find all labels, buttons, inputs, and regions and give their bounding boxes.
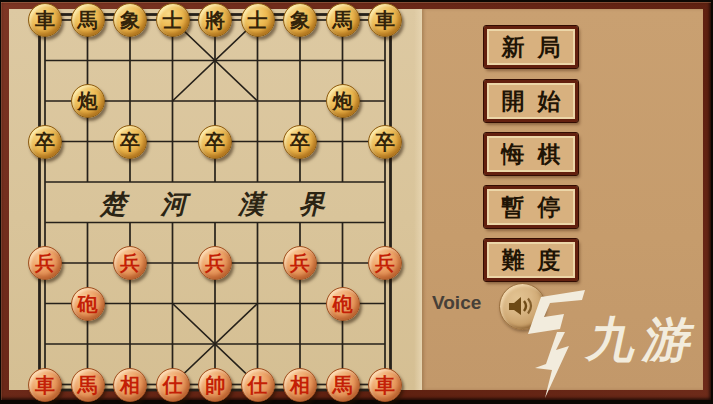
red-piece-k[interactable]: 帥 xyxy=(198,368,232,402)
red-piece-r[interactable]: 車 xyxy=(368,368,402,402)
xiangqi-board[interactable]: 楚 河 漢 界 xyxy=(0,0,713,404)
voice-toggle-button[interactable] xyxy=(499,283,546,330)
red-piece-n[interactable]: 馬 xyxy=(326,368,360,402)
red-piece-p[interactable]: 兵 xyxy=(28,246,62,280)
red-piece-p[interactable]: 兵 xyxy=(113,246,147,280)
pause-button[interactable]: 暫停 xyxy=(484,186,578,228)
red-piece-b[interactable]: 相 xyxy=(113,368,147,402)
black-piece-b[interactable]: 象 xyxy=(283,3,317,37)
new-game-button[interactable]: 新局 xyxy=(484,26,578,68)
black-piece-p[interactable]: 卒 xyxy=(198,125,232,159)
black-piece-n[interactable]: 馬 xyxy=(71,3,105,37)
black-piece-c[interactable]: 炮 xyxy=(326,84,360,118)
black-piece-p[interactable]: 卒 xyxy=(283,125,317,159)
xiangqi-app-window: 楚 河 漢 界 車馬象士將士象馬車炮炮卒卒卒卒卒兵兵兵兵兵砲砲車馬相仕帥仕相馬車… xyxy=(0,0,713,404)
black-piece-a[interactable]: 士 xyxy=(156,3,190,37)
speaker-icon xyxy=(508,293,536,319)
black-piece-a[interactable]: 士 xyxy=(241,3,275,37)
red-piece-p[interactable]: 兵 xyxy=(368,246,402,280)
river-label-right: 漢 界 xyxy=(237,190,339,219)
red-piece-b[interactable]: 相 xyxy=(283,368,317,402)
black-piece-p[interactable]: 卒 xyxy=(368,125,402,159)
voice-label: Voice xyxy=(432,292,481,314)
black-piece-r[interactable]: 車 xyxy=(368,3,402,37)
red-piece-a[interactable]: 仕 xyxy=(241,368,275,402)
black-piece-b[interactable]: 象 xyxy=(113,3,147,37)
red-piece-c[interactable]: 砲 xyxy=(326,287,360,321)
black-piece-p[interactable]: 卒 xyxy=(113,125,147,159)
difficulty-button[interactable]: 難度 xyxy=(484,239,578,281)
red-piece-c[interactable]: 砲 xyxy=(71,287,105,321)
undo-move-button[interactable]: 悔棋 xyxy=(484,133,578,175)
black-piece-k[interactable]: 將 xyxy=(198,3,232,37)
red-piece-p[interactable]: 兵 xyxy=(283,246,317,280)
black-piece-r[interactable]: 車 xyxy=(28,3,62,37)
black-piece-p[interactable]: 卒 xyxy=(28,125,62,159)
black-piece-c[interactable]: 炮 xyxy=(71,84,105,118)
red-piece-r[interactable]: 車 xyxy=(28,368,62,402)
red-piece-n[interactable]: 馬 xyxy=(71,368,105,402)
black-piece-n[interactable]: 馬 xyxy=(326,3,360,37)
red-piece-a[interactable]: 仕 xyxy=(156,368,190,402)
start-button[interactable]: 開始 xyxy=(484,80,578,122)
river-label-left: 楚 河 xyxy=(99,190,201,219)
red-piece-p[interactable]: 兵 xyxy=(198,246,232,280)
